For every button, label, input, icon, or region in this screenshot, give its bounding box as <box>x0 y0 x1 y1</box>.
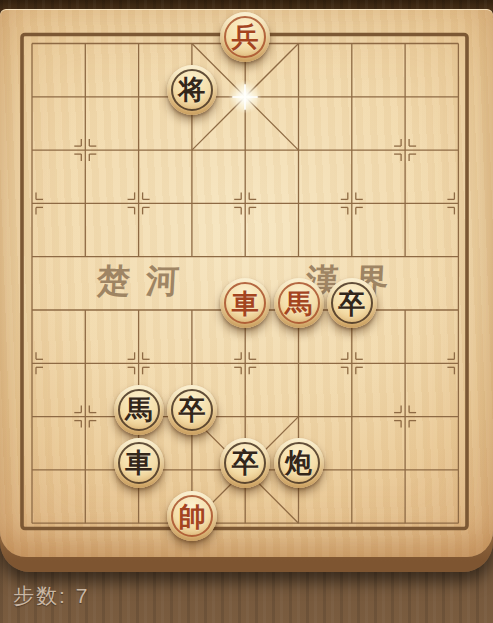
piece-black-soldier[interactable]: 卒 <box>327 278 377 328</box>
piece-red-general[interactable]: 帥 <box>167 491 217 541</box>
status-bar: 步数: 7 <box>13 582 90 610</box>
pieces-layer: 兵将車馬卒馬卒車卒炮帥 <box>5 17 485 550</box>
move-highlight-sparkle <box>226 78 264 116</box>
piece-black-general[interactable]: 将 <box>167 65 217 115</box>
piece-character: 車 <box>220 278 270 328</box>
piece-character: 卒 <box>327 278 377 328</box>
piece-character: 馬 <box>274 278 324 328</box>
piece-character: 将 <box>167 65 217 115</box>
piece-character: 卒 <box>167 385 217 435</box>
move-count-value: 7 <box>76 584 90 608</box>
xiangqi-board[interactable]: 楚河 漢界 兵将車馬卒馬卒車卒炮帥 <box>0 9 493 557</box>
piece-black-chariot[interactable]: 車 <box>114 438 164 488</box>
piece-black-soldier[interactable]: 卒 <box>220 438 270 488</box>
piece-black-cannon[interactable]: 炮 <box>274 438 324 488</box>
piece-character: 炮 <box>274 438 324 488</box>
piece-red-horse[interactable]: 馬 <box>274 278 324 328</box>
piece-character: 兵 <box>220 12 270 62</box>
piece-character: 馬 <box>114 385 164 435</box>
piece-character: 車 <box>114 438 164 488</box>
piece-red-chariot[interactable]: 車 <box>220 278 270 328</box>
piece-character: 卒 <box>220 438 270 488</box>
piece-black-soldier[interactable]: 卒 <box>167 385 217 435</box>
piece-black-horse[interactable]: 馬 <box>114 385 164 435</box>
move-count-label: 步数: <box>13 582 67 610</box>
piece-red-soldier[interactable]: 兵 <box>220 12 270 62</box>
piece-character: 帥 <box>167 491 217 541</box>
